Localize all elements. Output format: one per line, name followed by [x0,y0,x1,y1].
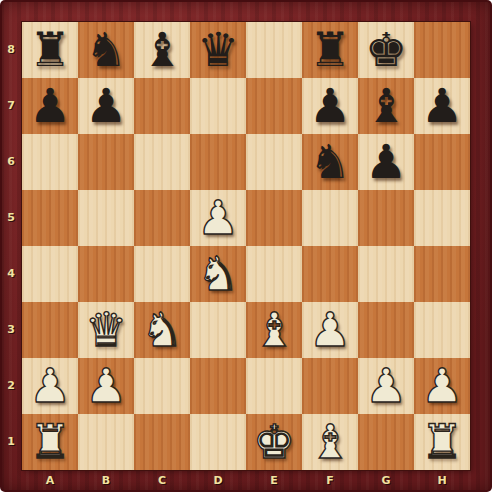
square-e5[interactable] [246,190,302,246]
rank-label-7: 7 [0,78,22,134]
piece-white-bishop[interactable]: ♝ [253,306,295,353]
piece-white-knight[interactable]: ♞ [141,306,183,353]
square-c7[interactable] [134,78,190,134]
square-h3[interactable] [414,302,470,358]
piece-black-pawn[interactable]: ♟ [365,138,407,185]
square-d3[interactable] [190,302,246,358]
square-h8[interactable] [414,22,470,78]
file-label-c: C [134,470,190,492]
square-a7[interactable]: ♟ [22,78,78,134]
square-b8[interactable]: ♞ [78,22,134,78]
square-g6[interactable]: ♟ [358,134,414,190]
square-c1[interactable] [134,414,190,470]
rank-label-1: 1 [0,414,22,470]
square-b1[interactable] [78,414,134,470]
square-a3[interactable] [22,302,78,358]
square-d7[interactable] [190,78,246,134]
square-a4[interactable] [22,246,78,302]
file-label-e: E [246,470,302,492]
square-d6[interactable] [190,134,246,190]
piece-white-rook[interactable]: ♜ [421,418,463,465]
square-e7[interactable] [246,78,302,134]
square-a8[interactable]: ♜ [22,22,78,78]
square-h1[interactable]: ♜ [414,414,470,470]
square-c4[interactable] [134,246,190,302]
piece-black-pawn[interactable]: ♟ [29,82,71,129]
square-b6[interactable] [78,134,134,190]
square-g8[interactable]: ♚ [358,22,414,78]
piece-black-king[interactable]: ♚ [365,26,407,73]
piece-white-pawn[interactable]: ♟ [85,362,127,409]
square-f4[interactable] [302,246,358,302]
square-g3[interactable] [358,302,414,358]
square-b7[interactable]: ♟ [78,78,134,134]
square-f3[interactable]: ♟ [302,302,358,358]
piece-white-pawn[interactable]: ♟ [421,362,463,409]
file-label-g: G [358,470,414,492]
piece-white-king[interactable]: ♚ [253,418,295,465]
square-e1[interactable]: ♚ [246,414,302,470]
square-f8[interactable]: ♜ [302,22,358,78]
square-g7[interactable]: ♝ [358,78,414,134]
rank-label-5: 5 [0,190,22,246]
piece-black-rook[interactable]: ♜ [29,26,71,73]
square-a1[interactable]: ♜ [22,414,78,470]
square-f1[interactable]: ♝ [302,414,358,470]
piece-black-rook[interactable]: ♜ [309,26,351,73]
square-c3[interactable]: ♞ [134,302,190,358]
file-label-a: A [22,470,78,492]
square-b5[interactable] [78,190,134,246]
file-labels: ABCDEFGH [22,470,470,492]
square-d4[interactable]: ♞ [190,246,246,302]
square-d2[interactable] [190,358,246,414]
square-f2[interactable] [302,358,358,414]
piece-white-pawn[interactable]: ♟ [309,306,351,353]
file-label-d: D [190,470,246,492]
piece-white-knight[interactable]: ♞ [197,250,239,297]
square-h5[interactable] [414,190,470,246]
square-e8[interactable] [246,22,302,78]
piece-white-bishop[interactable]: ♝ [309,418,351,465]
square-a6[interactable] [22,134,78,190]
square-h7[interactable]: ♟ [414,78,470,134]
square-d5[interactable]: ♟ [190,190,246,246]
piece-black-pawn[interactable]: ♟ [421,82,463,129]
piece-black-queen[interactable]: ♛ [197,26,239,73]
square-h4[interactable] [414,246,470,302]
square-h6[interactable] [414,134,470,190]
file-label-b: B [78,470,134,492]
square-g1[interactable] [358,414,414,470]
square-a5[interactable] [22,190,78,246]
file-label-f: F [302,470,358,492]
piece-black-bishop[interactable]: ♝ [365,82,407,129]
square-g4[interactable] [358,246,414,302]
rank-label-6: 6 [0,134,22,190]
board-frame: ♜♞♝♛♜♚♟♟♟♝♟♞♟♟♞♛♞♝♟♟♟♟♟♜♚♝♜ 87654321 ABC… [0,0,492,492]
piece-white-pawn[interactable]: ♟ [197,194,239,241]
piece-white-pawn[interactable]: ♟ [365,362,407,409]
file-label-h: H [414,470,470,492]
piece-black-pawn[interactable]: ♟ [85,82,127,129]
square-e2[interactable] [246,358,302,414]
piece-white-queen[interactable]: ♛ [85,306,127,353]
rank-label-2: 2 [0,358,22,414]
square-e3[interactable]: ♝ [246,302,302,358]
square-e6[interactable] [246,134,302,190]
square-c6[interactable] [134,134,190,190]
piece-white-pawn[interactable]: ♟ [29,362,71,409]
square-c5[interactable] [134,190,190,246]
rank-label-3: 3 [0,302,22,358]
square-b3[interactable]: ♛ [78,302,134,358]
square-f5[interactable] [302,190,358,246]
square-c2[interactable] [134,358,190,414]
piece-black-knight[interactable]: ♞ [309,138,351,185]
rank-labels: 87654321 [0,22,22,470]
square-f6[interactable]: ♞ [302,134,358,190]
square-f7[interactable]: ♟ [302,78,358,134]
piece-black-knight[interactable]: ♞ [85,26,127,73]
piece-white-rook[interactable]: ♜ [29,418,71,465]
square-e4[interactable] [246,246,302,302]
square-h2[interactable]: ♟ [414,358,470,414]
rank-label-8: 8 [0,22,22,78]
piece-black-pawn[interactable]: ♟ [309,82,351,129]
rank-label-4: 4 [0,246,22,302]
piece-black-bishop[interactable]: ♝ [141,26,183,73]
square-d1[interactable] [190,414,246,470]
chessboard: ♜♞♝♛♜♚♟♟♟♝♟♞♟♟♞♛♞♝♟♟♟♟♟♜♚♝♜ [22,22,470,470]
square-a2[interactable]: ♟ [22,358,78,414]
square-g2[interactable]: ♟ [358,358,414,414]
square-d8[interactable]: ♛ [190,22,246,78]
square-b2[interactable]: ♟ [78,358,134,414]
square-c8[interactable]: ♝ [134,22,190,78]
square-b4[interactable] [78,246,134,302]
square-g5[interactable] [358,190,414,246]
